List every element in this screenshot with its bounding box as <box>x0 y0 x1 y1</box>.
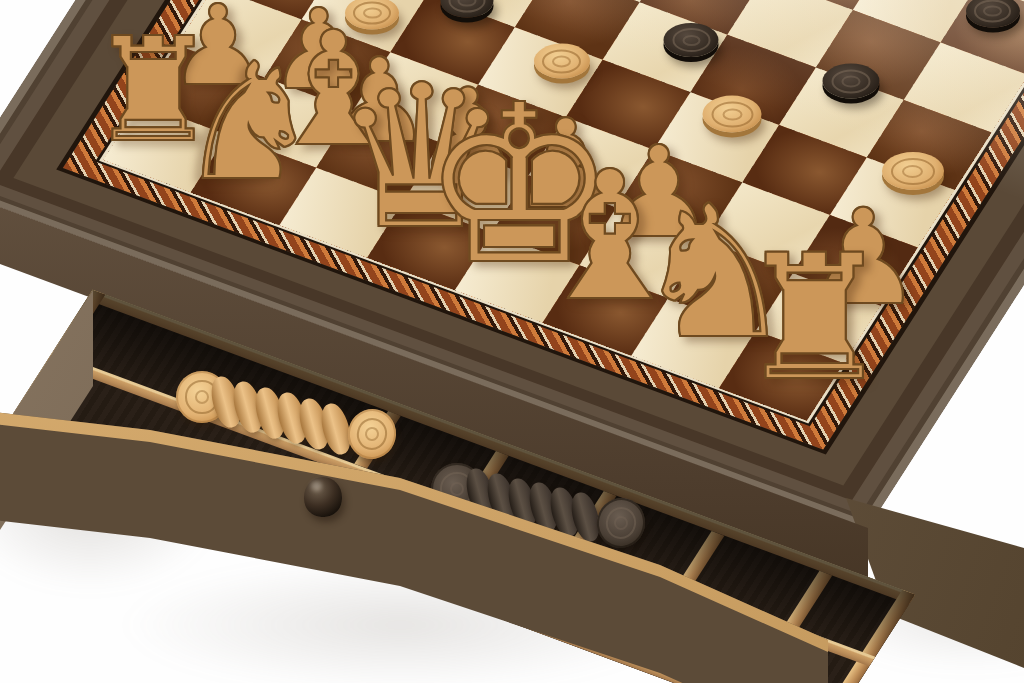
dark-checker-c5[interactable] <box>440 0 493 18</box>
dark-checker-e5[interactable] <box>664 23 719 57</box>
chess-checkers-set-photo: ♟♟♟♝♟♟♟♟♜♞♛♚♝♞♜ <box>0 0 1024 683</box>
dark-checker-h6[interactable] <box>966 0 1020 28</box>
pieces-layer: ♟♟♟♝♟♟♟♟♜♞♛♚♝♞♜ <box>0 0 1024 683</box>
knight-b1[interactable]: ♞ <box>176 41 321 203</box>
rook-h1[interactable]: ♜ <box>737 232 892 405</box>
dark-checker-g5[interactable] <box>822 64 879 99</box>
